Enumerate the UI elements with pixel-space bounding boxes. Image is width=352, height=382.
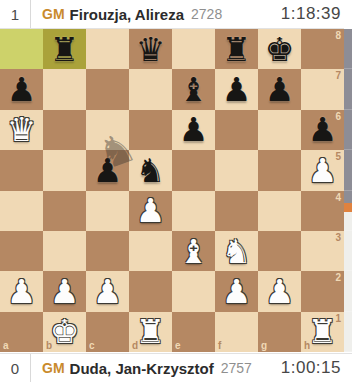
rank-label-3: 3 [335,233,341,243]
square-b3[interactable] [43,231,86,271]
square-g1[interactable]: g [258,312,301,352]
bottom-player-score: 0 [0,354,31,382]
white-pawn[interactable]: ♟ [43,271,86,311]
square-h5[interactable]: 5♟ [301,150,344,190]
black-pawn[interactable]: ♟ [215,69,258,109]
black-knight[interactable]: ♞ [129,150,172,190]
white-rook[interactable]: ♜ [301,312,344,352]
square-b2[interactable]: ♟ [43,271,86,311]
bottom-player-bar: 0 GM Duda, Jan-Krzysztof 2757 1:00:15 [0,353,352,382]
square-c4[interactable] [86,191,129,231]
square-a3[interactable] [0,231,43,271]
rank-label-2: 2 [335,273,341,283]
top-player-bar: 1 GM Firouzja, Alireza 2728 1:18:39 [0,0,352,29]
eval-gauge-dark-section [344,29,352,203]
square-f2[interactable]: ♟ [215,271,258,311]
file-label-g: g [261,341,267,351]
white-pawn[interactable]: ♟ [258,271,301,311]
square-a7[interactable]: ♟ [0,69,43,109]
white-rook[interactable]: ♜ [129,312,172,352]
square-a4[interactable] [0,191,43,231]
white-pawn[interactable]: ♟ [215,271,258,311]
square-h8[interactable]: 8 [301,29,344,69]
square-g2[interactable]: ♟ [258,271,301,311]
square-e3[interactable]: ♝ [172,231,215,271]
file-label-f: f [218,341,221,351]
black-pawn[interactable]: ♟ [86,150,129,190]
square-e8[interactable] [172,29,215,69]
square-e2[interactable] [172,271,215,311]
square-e5[interactable] [172,150,215,190]
top-player-clock: 1:18:39 [281,4,341,24]
square-a2[interactable]: ♟ [0,271,43,311]
square-b1[interactable]: b♚ [43,312,86,352]
square-a6[interactable]: ♛ [0,110,43,150]
white-queen[interactable]: ♛ [0,110,43,150]
square-b4[interactable] [43,191,86,231]
square-g3[interactable] [258,231,301,271]
square-b6[interactable] [43,110,86,150]
top-player-title: GM [42,6,65,22]
square-f6[interactable] [215,110,258,150]
square-a1[interactable]: a [0,312,43,352]
rank-label-8: 8 [335,31,341,41]
square-d3[interactable] [129,231,172,271]
square-d8[interactable]: ♛ [129,29,172,69]
square-f5[interactable] [215,150,258,190]
square-g8[interactable]: ♚ [258,29,301,69]
file-label-e: e [175,341,181,351]
square-c2[interactable]: ♟ [86,271,129,311]
square-c1[interactable]: c [86,312,129,352]
square-c8[interactable] [86,29,129,69]
square-d4[interactable]: ♟ [129,191,172,231]
bottom-player-title: GM [42,360,65,376]
square-h4[interactable]: 4 [301,191,344,231]
square-h7[interactable]: 7 [301,69,344,109]
chess-board[interactable]: ♜♛♜♚8♟♝♟♟7♛♟6♟♟♞5♟♟4♝♞3♟♟♟♟♟2ab♚cd♜efg1h… [0,29,344,352]
square-b8[interactable]: ♜ [43,29,86,69]
square-c3[interactable] [86,231,129,271]
square-a8[interactable] [0,29,43,69]
rank-label-7: 7 [335,71,341,81]
square-c5[interactable]: ♟ [86,150,129,190]
white-pawn[interactable]: ♟ [86,271,129,311]
square-f7[interactable]: ♟ [215,69,258,109]
black-pawn[interactable]: ♟ [301,110,344,150]
square-d7[interactable] [129,69,172,109]
white-king[interactable]: ♚ [43,312,86,352]
bottom-player-name: Duda, Jan-Krzysztof [70,360,214,377]
white-pawn[interactable]: ♟ [301,150,344,190]
square-d2[interactable] [129,271,172,311]
black-queen[interactable]: ♛ [129,29,172,69]
corner-strip [344,0,352,29]
bottom-player-clock: 1:00:15 [281,358,341,378]
black-rook[interactable]: ♜ [215,29,258,69]
square-h3[interactable]: 3 [301,231,344,271]
square-d6[interactable] [129,110,172,150]
black-rook[interactable]: ♜ [43,29,86,69]
square-f3[interactable]: ♞ [215,231,258,271]
square-d5[interactable]: ♞ [129,150,172,190]
top-player-rating: 2728 [191,6,222,22]
square-e7[interactable]: ♝ [172,69,215,109]
square-e4[interactable] [172,191,215,231]
square-g5[interactable] [258,150,301,190]
file-label-a: a [3,341,9,351]
broadcast-game-view: 1 GM Firouzja, Alireza 2728 1:18:39 ♜♛♜♚… [0,0,352,382]
square-c6[interactable] [86,110,129,150]
square-f1[interactable]: f [215,312,258,352]
white-pawn[interactable]: ♟ [129,191,172,231]
rank-label-4: 4 [335,193,341,203]
black-pawn[interactable]: ♟ [0,69,43,109]
top-player-score: 1 [0,0,31,28]
square-e1[interactable]: e [172,312,215,352]
square-h2[interactable]: 2 [301,271,344,311]
white-knight[interactable]: ♞ [215,231,258,271]
square-a5[interactable] [0,150,43,190]
black-pawn[interactable]: ♟ [258,69,301,109]
eval-gauge[interactable] [344,29,352,352]
black-king[interactable]: ♚ [258,29,301,69]
square-g7[interactable]: ♟ [258,69,301,109]
square-h6[interactable]: 6♟ [301,110,344,150]
square-f8[interactable]: ♜ [215,29,258,69]
bottom-player-rating: 2757 [221,360,252,376]
eval-gauge-marker [344,203,352,212]
square-b5[interactable] [43,150,86,190]
square-d1[interactable]: d♜ [129,312,172,352]
black-pawn[interactable]: ♟ [172,110,215,150]
white-pawn[interactable]: ♟ [0,271,43,311]
square-c7[interactable] [86,69,129,109]
black-bishop[interactable]: ♝ [172,69,215,109]
square-g6[interactable] [258,110,301,150]
square-g4[interactable] [258,191,301,231]
square-b7[interactable] [43,69,86,109]
file-label-c: c [89,341,95,351]
white-bishop[interactable]: ♝ [172,231,215,271]
top-player-name: Firouzja, Alireza [70,6,184,23]
square-e6[interactable]: ♟ [172,110,215,150]
square-f4[interactable] [215,191,258,231]
square-h1[interactable]: 1h♜ [301,312,344,352]
